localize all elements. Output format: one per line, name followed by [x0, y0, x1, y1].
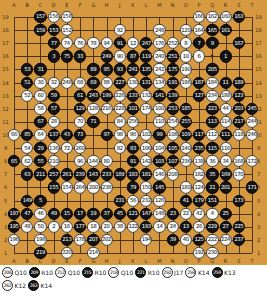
stone-black-A4: 197: [8, 208, 20, 220]
note-move-number: 262: [2, 280, 13, 291]
stone-white-N10: 108: [167, 129, 179, 141]
stone-white-E9: 72: [61, 142, 73, 154]
stone-black-Q6: 21: [206, 181, 218, 193]
col-label-top: H: [105, 3, 109, 8]
col-label-bottom: M: [157, 258, 161, 263]
stone-black-S14: 189: [233, 76, 245, 88]
row-label-right: 3: [257, 224, 260, 229]
stone-white-D14: 32: [48, 76, 60, 88]
stone-white-J3: 38: [114, 221, 126, 233]
stone-black-N13: 139: [167, 90, 179, 102]
stone-white-L2: 194: [140, 234, 152, 246]
stone-black-C7: 211: [34, 168, 46, 180]
col-label-top: D: [52, 3, 56, 8]
stone-black-N16: 251: [167, 50, 179, 62]
stone-white-D3: 2: [48, 221, 60, 233]
stone-white-K17: 12: [127, 37, 139, 49]
col-label-bottom: R: [224, 258, 227, 263]
stone-white-Q10: 112: [206, 129, 218, 141]
note-item: 218Q10: [108, 267, 133, 278]
stone-white-G12: 128: [87, 103, 99, 115]
col-label-bottom: T: [250, 258, 253, 263]
note-item: 212Q10: [55, 267, 80, 278]
col-label-top: G: [91, 3, 95, 8]
row-label-left: 6: [4, 185, 7, 190]
row-label-right: 9: [257, 146, 260, 151]
stone-black-K8: 81: [127, 155, 139, 167]
col-label-top: B: [26, 3, 29, 8]
stone-white-H3: 20: [100, 221, 112, 233]
stone-black-P5: 179: [193, 194, 205, 206]
stone-black-A3: 195: [8, 221, 20, 233]
stone-white-G6: 200: [87, 181, 99, 193]
stone-black-D16: 3: [48, 50, 60, 62]
stone-white-J10: 98: [114, 129, 126, 141]
stone-black-C15: 31: [34, 63, 46, 75]
stone-white-H14: 88: [100, 76, 112, 88]
stone-white-F2: 178: [74, 234, 86, 246]
stone-black-O3: 13: [180, 221, 192, 233]
stone-white-E18: 152: [61, 24, 73, 36]
stone-white-F9: 260: [74, 142, 86, 154]
stone-white-R2: 224: [219, 234, 231, 246]
stone-white-J11: 84: [114, 116, 126, 128]
col-label-top: F: [79, 3, 82, 8]
note-point: R10: [41, 269, 53, 276]
stone-black-E7: 261: [61, 168, 73, 180]
col-label-top: L: [145, 3, 148, 8]
stone-white-O16: 10: [180, 50, 192, 62]
stone-white-H12: 216: [100, 103, 112, 115]
stone-white-E19: 158: [61, 11, 73, 23]
stone-black-P13: 127: [193, 90, 205, 102]
stone-white-F11: 70: [74, 116, 86, 128]
stone-black-S13: 123: [233, 90, 245, 102]
stone-white-M16: 240: [153, 50, 165, 62]
stone-white-L12: 174: [140, 103, 152, 115]
note-move-number: 250: [162, 267, 173, 278]
stone-white-B8: 62: [21, 155, 33, 167]
stone-white-A2: 196: [8, 234, 20, 246]
note-move-number: 259: [212, 267, 223, 278]
stone-black-C19: 157: [34, 11, 46, 23]
stone-black-Q5: 151: [206, 194, 218, 206]
row-label-right: 15: [255, 67, 261, 72]
note-item: 250J17: [162, 267, 184, 278]
stone-black-L4: 147: [140, 208, 152, 220]
stone-white-D19: 156: [48, 11, 60, 23]
stone-black-E2: 213: [61, 234, 73, 246]
col-label-bottom: F: [79, 258, 82, 263]
row-label-right: 1: [257, 251, 260, 256]
stone-white-E1: 220: [61, 247, 73, 259]
stone-white-Q2: 222: [206, 234, 218, 246]
stone-black-Q15: 205: [206, 63, 218, 75]
stone-black-K12: 101: [127, 103, 139, 115]
stone-black-R7: 169: [219, 168, 231, 180]
note-item: 221R10: [135, 267, 159, 278]
stone-black-M8: 103: [153, 155, 165, 167]
note-point: K14: [198, 269, 210, 276]
col-label-top: M: [157, 3, 161, 8]
stone-white-H8: 80: [100, 155, 112, 167]
stone-black-R18: 161: [219, 24, 231, 36]
stone-white-J16: 90: [114, 50, 126, 62]
stone-black-R6: 201: [219, 181, 231, 193]
note-point: K13: [224, 269, 236, 276]
stone-white-K5: 56: [127, 194, 139, 206]
note-item: 206Q10: [2, 267, 27, 278]
row-label-right: 14: [255, 80, 261, 85]
col-label-bottom: O: [184, 258, 188, 263]
stone-black-E10: 43: [61, 129, 73, 141]
stone-white-M4: 148: [153, 208, 165, 220]
stone-black-Q12: 223: [206, 103, 218, 115]
stone-white-R19: 160: [219, 11, 231, 23]
stone-white-E3: 16: [61, 221, 73, 233]
stone-black-L15: 135: [140, 63, 152, 75]
stone-black-G11: 71: [87, 116, 99, 128]
stone-black-D12: 57: [48, 103, 60, 115]
stone-black-D13: 59: [48, 90, 60, 102]
stone-black-G2: 207: [87, 234, 99, 246]
stone-black-S19: 163: [233, 11, 245, 23]
stone-white-A10: 66: [8, 129, 20, 141]
row-label-left: 7: [4, 172, 7, 177]
note-line-2: 262K12263K14: [2, 279, 265, 292]
go-board: AABBCCDDEEFFGGHHJJKKLLMMNNOOPPQQRRSSTT19…: [0, 0, 267, 265]
stone-black-B7: 63: [21, 168, 33, 180]
row-label-right: 17: [255, 41, 261, 46]
stone-black-F16: 33: [74, 50, 86, 62]
note-point: Q10: [15, 269, 27, 276]
stone-white-Q4: 4: [206, 208, 218, 220]
stone-black-J4: 45: [114, 208, 126, 220]
stone-white-O6: 180: [180, 181, 192, 193]
stone-black-D6: 155: [48, 181, 60, 193]
stone-white-O2: 40: [180, 234, 192, 246]
stone-black-R14: 11: [219, 76, 231, 88]
stone-white-M14: 134: [153, 76, 165, 88]
stone-black-L3: 193: [140, 221, 152, 233]
stone-white-E14: 248: [61, 76, 73, 88]
col-label-bottom: D: [52, 258, 56, 263]
stone-black-J7: 189: [114, 168, 126, 180]
stone-white-M5: 126: [153, 194, 165, 206]
col-label-bottom: J: [119, 258, 120, 263]
stone-white-O8: 236: [180, 155, 192, 167]
stone-black-B14: 51: [21, 76, 33, 88]
stone-black-F13: 61: [74, 90, 86, 102]
stone-black-K4: 121: [127, 208, 139, 220]
stone-white-F17: 76: [74, 37, 86, 49]
stone-white-M12: 100: [153, 103, 165, 115]
row-label-left: 4: [4, 211, 7, 216]
col-label-bottom: S: [237, 258, 240, 263]
stone-white-T8: 172: [246, 155, 258, 167]
stone-white-S10: 118: [233, 129, 245, 141]
stone-black-T12: 245: [246, 103, 258, 115]
stone-black-D18: 153: [48, 24, 60, 36]
stone-white-F8: 96: [74, 155, 86, 167]
stone-black-D17: 77: [48, 37, 60, 49]
stone-black-G4: 19: [87, 208, 99, 220]
stone-black-O11: 255: [180, 116, 192, 128]
stone-white-R9: 116: [219, 142, 231, 154]
stone-black-P17: 7: [193, 37, 205, 49]
stone-white-L9: 106: [140, 142, 152, 154]
stone-black-L7: 181: [140, 168, 152, 180]
stone-white-N3: 24: [167, 221, 179, 233]
col-label-bottom: L: [145, 258, 148, 263]
col-label-top: S: [237, 3, 240, 8]
note-point: Q10: [121, 269, 133, 276]
stone-black-Q17: 9: [206, 37, 218, 49]
row-label-left: 12: [2, 106, 8, 111]
stone-white-M17: 176: [153, 37, 165, 49]
stone-white-Q14: 184: [206, 76, 218, 88]
stone-white-J9: 82: [114, 142, 126, 154]
stone-black-J17: 91: [114, 37, 126, 49]
stone-black-B4: 47: [21, 208, 33, 220]
stone-white-C12: 58: [34, 103, 46, 115]
stone-white-P4: 42: [193, 208, 205, 220]
note-move-number: 215: [82, 267, 93, 278]
stone-white-O15: 190: [180, 63, 192, 75]
stone-black-Q3: 229: [206, 221, 218, 233]
stone-white-C2: 198: [34, 234, 46, 246]
stone-black-N2: 39: [167, 234, 179, 246]
stone-white-L8: 142: [140, 155, 152, 167]
note-item: 258K14: [185, 267, 209, 278]
ko-move-notes: 206Q10209R10212Q10215R10218Q10221R10250J…: [2, 266, 265, 292]
stone-black-P14: 187: [193, 76, 205, 88]
stone-black-R16: 1: [219, 50, 231, 62]
stone-white-L13: 132: [140, 90, 152, 102]
row-label-left: 19: [2, 15, 8, 20]
stone-black-H7: 233: [100, 168, 112, 180]
stone-black-N4: 23: [167, 208, 179, 220]
col-label-top: R: [224, 3, 227, 8]
stone-black-R4: 25: [219, 208, 231, 220]
stone-white-M18: 248: [153, 24, 165, 36]
stone-white-P6: 124: [193, 181, 205, 193]
stone-black-Q9: 115: [206, 142, 218, 154]
stone-black-R3: 27: [219, 221, 231, 233]
kifu-screenshot: AABBCCDDEEFFGGHHJJKKLLMMNNOOPPQQRRSSTT19…: [0, 0, 267, 300]
stone-black-E4: 15: [61, 208, 73, 220]
row-label-left: 3: [4, 224, 7, 229]
stone-white-O9: 140: [180, 142, 192, 154]
stone-black-B15: 53: [21, 63, 33, 75]
row-label-left: 9: [4, 146, 7, 151]
col-label-top: E: [65, 3, 68, 8]
stone-black-F7: 239: [74, 168, 86, 180]
stone-white-C3: 50: [34, 221, 46, 233]
stone-white-H17: 94: [100, 37, 112, 49]
hoshi-point: [211, 55, 214, 58]
note-point: Q10: [68, 269, 80, 276]
stone-white-E17: 74: [61, 37, 73, 49]
stone-white-O14: 186: [180, 76, 192, 88]
stone-black-N14: 191: [167, 76, 179, 88]
stone-black-K6: 79: [127, 181, 139, 193]
stone-black-C1: 219: [34, 247, 46, 259]
stone-white-J18: 92: [114, 24, 126, 36]
stone-black-N15: 175: [167, 63, 179, 75]
stone-white-K3: 122: [127, 221, 139, 233]
row-label-right: 7: [257, 172, 260, 177]
row-label-left: 11: [2, 119, 8, 124]
stone-black-L17: 247: [140, 37, 152, 49]
stone-black-J14: 227: [114, 76, 126, 88]
stone-white-P16: 6: [193, 50, 205, 62]
stone-white-M3: 14: [153, 221, 165, 233]
note-move-number: 209: [29, 267, 40, 278]
stone-white-B3: 48: [21, 221, 33, 233]
note-item: 215R10: [82, 267, 106, 278]
col-label-top: A: [12, 3, 15, 8]
stone-black-E16: 75: [61, 50, 73, 62]
row-label-right: 5: [257, 198, 260, 203]
stone-white-F6: 264: [74, 181, 86, 193]
stone-black-M6: 145: [153, 181, 165, 193]
stone-white-C14: 30: [34, 76, 46, 88]
stone-black-A8: 65: [8, 155, 20, 167]
stone-white-D9: 136: [48, 142, 60, 154]
stone-white-Q1: 230: [206, 247, 218, 259]
row-label-left: 8: [4, 159, 7, 164]
stone-black-O12: 185: [180, 103, 192, 115]
col-label-top: P: [198, 3, 201, 8]
stone-black-F3: 177: [74, 221, 86, 233]
col-label-top: O: [184, 3, 188, 8]
stone-black-O5: 41: [180, 194, 192, 206]
stone-white-K10: 86: [127, 129, 139, 141]
stone-white-H2: 202: [100, 234, 112, 246]
stone-black-T6: 171: [246, 181, 258, 193]
row-label-right: 2: [257, 237, 260, 242]
stone-white-Q13: 234: [206, 90, 218, 102]
stone-black-F10: 73: [74, 129, 86, 141]
stone-white-Q8: 36: [206, 155, 218, 167]
stone-black-O10: 109: [180, 129, 192, 141]
stone-white-B13: 52: [21, 90, 33, 102]
stone-black-C8: 55: [34, 155, 46, 167]
stone-black-F12: 129: [74, 103, 86, 115]
stone-white-L10: 102: [140, 129, 152, 141]
stone-white-D11: 28: [48, 116, 60, 128]
stone-black-C18: 159: [34, 24, 46, 36]
stone-black-K16: 87: [127, 50, 139, 62]
note-line-1: 206Q10209R10212Q10215R10218Q10221R10250J…: [2, 266, 265, 279]
col-label-bottom: B: [26, 258, 29, 263]
note-point: R10: [95, 269, 107, 276]
note-move-number: 221: [135, 267, 146, 278]
row-label-left: 5: [4, 198, 7, 203]
stone-black-H13: 199: [100, 90, 112, 102]
stone-black-K9: 83: [127, 142, 139, 154]
stone-black-H4: 37: [100, 208, 112, 220]
stone-black-G14: 69: [87, 76, 99, 88]
stone-black-S17: 167: [233, 37, 245, 49]
col-label-bottom: K: [131, 258, 134, 263]
stone-black-C11: 67: [34, 116, 46, 128]
stone-black-D10: 137: [48, 129, 60, 141]
stone-white-P7: 182: [193, 168, 205, 180]
stone-white-K14: 130: [127, 76, 139, 88]
stone-white-J12: 228: [114, 103, 126, 115]
stone-black-K15: 241: [127, 63, 139, 75]
stone-black-J15: 93: [114, 63, 126, 75]
col-label-top: T: [250, 3, 253, 8]
stone-black-G13: 243: [87, 90, 99, 102]
stone-black-J5: 231: [114, 194, 126, 206]
stone-white-N7: 208: [167, 168, 179, 180]
stone-black-H15: 95: [100, 63, 112, 75]
stone-white-E6: 154: [61, 181, 73, 193]
stone-white-G8: 144: [87, 155, 99, 167]
stone-white-G1: 214: [87, 247, 99, 259]
stone-black-P2: 125: [193, 234, 205, 246]
stone-black-Q11: 113: [206, 116, 218, 128]
col-label-bottom: N: [171, 258, 175, 263]
stone-black-B5: 149: [21, 194, 33, 206]
note-move-number: 263: [28, 280, 39, 291]
stone-white-C10: 64: [34, 129, 46, 141]
col-label-top: C: [39, 3, 43, 8]
stone-white-R12: 44: [219, 103, 231, 115]
stone-black-H16: 249: [100, 50, 112, 62]
row-label-left: 1: [4, 251, 7, 256]
stone-black-M10: 99: [153, 129, 165, 141]
stone-white-P1: 192: [193, 247, 205, 259]
stone-black-S2: 237: [233, 234, 245, 246]
stone-black-L16: 119: [140, 50, 152, 62]
stone-black-D7: 257: [48, 168, 60, 180]
stone-white-P18: 164: [193, 24, 205, 36]
stone-black-N12: 253: [167, 103, 179, 115]
stone-black-M13: 141: [153, 90, 165, 102]
row-label-right: 18: [255, 28, 261, 33]
row-label-right: 13: [255, 93, 261, 98]
note-item: 209R10: [29, 267, 53, 278]
stone-white-K11: 256: [127, 116, 139, 128]
stone-white-R8: 34: [219, 155, 231, 167]
stone-black-R10: 111: [219, 129, 231, 141]
stone-white-C13: 60: [34, 90, 46, 102]
stone-black-Q18: 165: [206, 24, 218, 36]
stone-white-L5: 232: [140, 194, 152, 206]
row-label-right: 19: [255, 15, 261, 20]
note-item: 263K14: [28, 280, 52, 291]
note-item: 262K12: [2, 280, 26, 291]
note-move-number: 206: [2, 267, 13, 278]
row-label-left: 14: [2, 80, 8, 85]
stone-black-C5: 5: [34, 194, 46, 206]
note-move-number: 218: [108, 267, 119, 278]
stone-white-P8: 138: [193, 155, 205, 167]
stone-white-L6: 150: [140, 181, 152, 193]
stone-white-T11: 244: [246, 116, 258, 128]
stone-black-H10: 97: [100, 129, 112, 141]
stone-white-G3: 18: [87, 221, 99, 233]
stone-white-M9: 104: [153, 142, 165, 154]
stone-white-O18: 120: [180, 24, 192, 36]
stone-white-T10: 246: [246, 129, 258, 141]
stone-white-H6: 238: [100, 181, 112, 193]
stone-black-S5: 173: [233, 194, 245, 206]
